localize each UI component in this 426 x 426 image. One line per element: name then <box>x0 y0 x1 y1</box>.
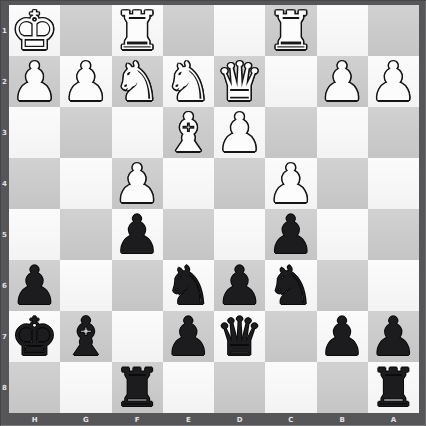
square-d6[interactable]: ♟ <box>214 260 265 311</box>
black-pawn-icon[interactable]: ♟ <box>113 209 161 260</box>
square-a7[interactable]: ♟ <box>368 311 419 362</box>
square-h3[interactable] <box>9 107 60 158</box>
square-e4[interactable] <box>163 158 214 209</box>
file-label: B <box>317 413 368 426</box>
square-c6[interactable]: ♞ <box>265 260 316 311</box>
square-b7[interactable]: ♟ <box>317 311 368 362</box>
file-label: C <box>265 413 316 426</box>
rank-label: 8 <box>0 362 9 413</box>
square-a3[interactable] <box>368 107 419 158</box>
square-e6[interactable]: ♞ <box>163 260 214 311</box>
black-pawn-icon[interactable]: ♟ <box>216 260 264 311</box>
square-d7[interactable]: ♛ <box>214 311 265 362</box>
rank-label: 4 <box>0 158 9 209</box>
square-d5[interactable] <box>214 209 265 260</box>
square-g6[interactable] <box>60 260 111 311</box>
black-pawn-icon[interactable]: ♟ <box>267 209 315 260</box>
black-knight-icon[interactable]: ♞ <box>267 260 315 311</box>
square-c4[interactable]: ♟ <box>265 158 316 209</box>
square-g3[interactable] <box>60 107 111 158</box>
rank-label: 6 <box>0 260 9 311</box>
square-f3[interactable] <box>112 107 163 158</box>
rank-label: 2 <box>0 56 9 107</box>
white-rook-icon[interactable]: ♜ <box>113 5 161 56</box>
square-h8[interactable] <box>9 362 60 413</box>
rank-label: 1 <box>0 5 9 56</box>
square-f1[interactable]: ♜ <box>112 5 163 56</box>
square-g8[interactable] <box>60 362 111 413</box>
square-h1[interactable]: ♚ <box>9 5 60 56</box>
square-e7[interactable]: ♟ <box>163 311 214 362</box>
square-h4[interactable] <box>9 158 60 209</box>
square-f6[interactable] <box>112 260 163 311</box>
black-pawn-icon[interactable]: ♟ <box>318 311 366 362</box>
square-a1[interactable] <box>368 5 419 56</box>
white-king-icon[interactable]: ♚ <box>11 5 59 56</box>
square-g4[interactable] <box>60 158 111 209</box>
white-pawn-icon[interactable]: ♟ <box>11 56 59 107</box>
square-b4[interactable] <box>317 158 368 209</box>
black-knight-icon[interactable]: ♞ <box>165 260 213 311</box>
white-knight-icon[interactable]: ♞ <box>113 56 161 107</box>
file-label: E <box>163 413 214 426</box>
chess-board: ♚♜♜♟♟♞♞♛♟♟♝♟♟♟♟♟♟♞♟♞♚♝♟♛♟♟♜♜ <box>9 5 419 413</box>
square-a2[interactable]: ♟ <box>368 56 419 107</box>
white-pawn-icon[interactable]: ♟ <box>318 56 366 107</box>
square-f7[interactable] <box>112 311 163 362</box>
square-f5[interactable]: ♟ <box>112 209 163 260</box>
square-c2[interactable] <box>265 56 316 107</box>
square-g2[interactable]: ♟ <box>60 56 111 107</box>
square-d1[interactable] <box>214 5 265 56</box>
square-a4[interactable] <box>368 158 419 209</box>
file-labels: HGFEDCBA <box>9 413 419 426</box>
rank-labels: 12345678 <box>0 5 9 413</box>
black-pawn-icon[interactable]: ♟ <box>165 311 213 362</box>
square-b2[interactable]: ♟ <box>317 56 368 107</box>
square-a5[interactable] <box>368 209 419 260</box>
square-c1[interactable]: ♜ <box>265 5 316 56</box>
white-pawn-icon[interactable]: ♟ <box>370 56 418 107</box>
square-g1[interactable] <box>60 5 111 56</box>
square-c7[interactable] <box>265 311 316 362</box>
square-d3[interactable]: ♟ <box>214 107 265 158</box>
black-king-icon[interactable]: ♚ <box>11 311 59 362</box>
file-label: H <box>9 413 60 426</box>
square-c8[interactable] <box>265 362 316 413</box>
square-e1[interactable] <box>163 5 214 56</box>
square-b3[interactable] <box>317 107 368 158</box>
rank-label: 7 <box>0 311 9 362</box>
chess-board-frame: 12345678 HGFEDCBA ♚♜♜♟♟♞♞♛♟♟♝♟♟♟♟♟♟♞♟♞♚♝… <box>0 0 426 426</box>
black-rook-icon[interactable]: ♜ <box>113 362 161 413</box>
square-d2[interactable]: ♛ <box>214 56 265 107</box>
square-b8[interactable] <box>317 362 368 413</box>
square-h2[interactable]: ♟ <box>9 56 60 107</box>
white-rook-icon[interactable]: ♜ <box>267 5 315 56</box>
white-queen-icon[interactable]: ♛ <box>216 56 264 107</box>
black-pawn-icon[interactable]: ♟ <box>370 311 418 362</box>
square-h6[interactable]: ♟ <box>9 260 60 311</box>
square-d4[interactable] <box>214 158 265 209</box>
square-e3[interactable]: ♝ <box>163 107 214 158</box>
square-e2[interactable]: ♞ <box>163 56 214 107</box>
black-rook-icon[interactable]: ♜ <box>370 362 418 413</box>
square-g5[interactable] <box>60 209 111 260</box>
white-pawn-icon[interactable]: ♟ <box>216 107 264 158</box>
square-b5[interactable] <box>317 209 368 260</box>
file-label: D <box>214 413 265 426</box>
square-a6[interactable] <box>368 260 419 311</box>
square-f4[interactable]: ♟ <box>112 158 163 209</box>
square-b1[interactable] <box>317 5 368 56</box>
white-pawn-icon[interactable]: ♟ <box>113 158 161 209</box>
square-h7[interactable]: ♚ <box>9 311 60 362</box>
white-bishop-icon[interactable]: ♝ <box>165 107 213 158</box>
square-e8[interactable] <box>163 362 214 413</box>
black-queen-icon[interactable]: ♛ <box>216 311 264 362</box>
file-label: G <box>60 413 111 426</box>
square-f8[interactable]: ♜ <box>112 362 163 413</box>
rank-label: 3 <box>0 107 9 158</box>
black-bishop-icon[interactable]: ♝ <box>62 311 110 362</box>
square-h5[interactable] <box>9 209 60 260</box>
rank-label: 5 <box>0 209 9 260</box>
square-a8[interactable]: ♜ <box>368 362 419 413</box>
square-c3[interactable] <box>265 107 316 158</box>
black-pawn-icon[interactable]: ♟ <box>11 260 59 311</box>
white-knight-icon[interactable]: ♞ <box>165 56 213 107</box>
square-d8[interactable] <box>214 362 265 413</box>
white-pawn-icon[interactable]: ♟ <box>267 158 315 209</box>
square-c5[interactable]: ♟ <box>265 209 316 260</box>
square-b6[interactable] <box>317 260 368 311</box>
square-e5[interactable] <box>163 209 214 260</box>
white-pawn-icon[interactable]: ♟ <box>62 56 110 107</box>
square-g7[interactable]: ♝ <box>60 311 111 362</box>
square-f2[interactable]: ♞ <box>112 56 163 107</box>
